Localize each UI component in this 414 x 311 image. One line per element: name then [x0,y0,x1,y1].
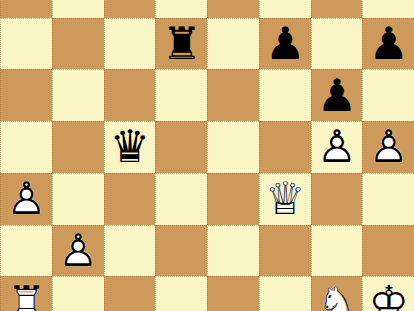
black-pawn-h6[interactable]: ♟ [365,20,413,68]
piece-outline-glyph: ♙ [365,123,413,171]
square-h6[interactable]: ♟ [362,18,414,70]
black-queen-c4[interactable]: ♛ [106,123,154,171]
square-c6[interactable] [104,18,156,70]
square-f6[interactable]: ♟ [259,18,311,70]
square-e4[interactable] [207,121,259,173]
square-f1[interactable] [259,276,311,311]
square-a4[interactable] [0,121,52,173]
square-a2[interactable] [0,225,52,277]
square-c5[interactable] [104,69,156,121]
square-e3[interactable] [207,173,259,225]
square-b6[interactable] [52,18,104,70]
square-a7[interactable] [0,0,52,18]
white-pawn-a3[interactable]: ♟♙ [2,175,50,223]
square-f4[interactable] [259,121,311,173]
square-d1[interactable] [155,276,207,311]
black-pawn-f6[interactable]: ♟ [261,20,309,68]
black-pawn-g5[interactable]: ♟ [313,72,361,120]
square-a6[interactable] [0,18,52,70]
square-g3[interactable] [311,173,363,225]
square-a5[interactable] [0,69,52,121]
square-g5[interactable]: ♟ [311,69,363,121]
piece-outline-glyph: ♙ [54,227,102,275]
square-b4[interactable] [52,121,104,173]
square-f2[interactable] [259,225,311,277]
piece-outline-glyph: ♕ [261,175,309,223]
square-c2[interactable] [104,225,156,277]
square-h4[interactable]: ♟♙ [362,121,414,173]
white-rook-a1[interactable]: ♜♖ [2,279,50,311]
square-d2[interactable] [155,225,207,277]
piece-outline-glyph: ♘ [313,279,361,311]
white-pawn-h4[interactable]: ♟♙ [365,123,413,171]
square-h5[interactable] [362,69,414,121]
square-e7[interactable] [207,0,259,18]
square-f3[interactable]: ♛♕ [259,173,311,225]
black-rook-d6[interactable]: ♜ [158,20,206,68]
piece-outline-glyph: ♙ [313,123,361,171]
white-knight-g1[interactable]: ♞♘ [313,279,361,311]
square-b7[interactable] [52,0,104,18]
square-g1[interactable]: ♞♘ [311,276,363,311]
square-d5[interactable] [155,69,207,121]
piece-outline-glyph: ♖ [2,279,50,311]
square-h3[interactable] [362,173,414,225]
white-pawn-g4[interactable]: ♟♙ [313,123,361,171]
square-d7[interactable] [155,0,207,18]
square-c4[interactable]: ♛ [104,121,156,173]
square-h2[interactable] [362,225,414,277]
square-b5[interactable] [52,69,104,121]
square-a1[interactable]: ♜♖ [0,276,52,311]
white-king-h1[interactable]: ♚♔ [365,279,413,311]
piece-outline-glyph: ♔ [365,279,413,311]
square-h7[interactable] [362,0,414,18]
square-g4[interactable]: ♟♙ [311,121,363,173]
chess-board: ♜♟♟♟♛♟♙♟♙♟♙♛♕♟♙♜♖♞♘♚♔ [0,0,414,311]
square-f5[interactable] [259,69,311,121]
square-g6[interactable] [311,18,363,70]
square-b1[interactable] [52,276,104,311]
square-e1[interactable] [207,276,259,311]
white-pawn-b2[interactable]: ♟♙ [54,227,102,275]
square-d4[interactable] [155,121,207,173]
square-e5[interactable] [207,69,259,121]
square-g7[interactable] [311,0,363,18]
square-b3[interactable] [52,173,104,225]
white-queen-f3[interactable]: ♛♕ [261,175,309,223]
square-c1[interactable] [104,276,156,311]
square-a3[interactable]: ♟♙ [0,173,52,225]
square-d3[interactable] [155,173,207,225]
square-f7[interactable] [259,0,311,18]
square-e2[interactable] [207,225,259,277]
square-b2[interactable]: ♟♙ [52,225,104,277]
square-h1[interactable]: ♚♔ [362,276,414,311]
chess-screenshot: ♜♟♟♟♛♟♙♟♙♟♙♛♕♟♙♜♖♞♘♚♔ [0,0,414,311]
square-c7[interactable] [104,0,156,18]
square-c3[interactable] [104,173,156,225]
piece-outline-glyph: ♙ [2,175,50,223]
square-d6[interactable]: ♜ [155,18,207,70]
square-e6[interactable] [207,18,259,70]
square-g2[interactable] [311,225,363,277]
